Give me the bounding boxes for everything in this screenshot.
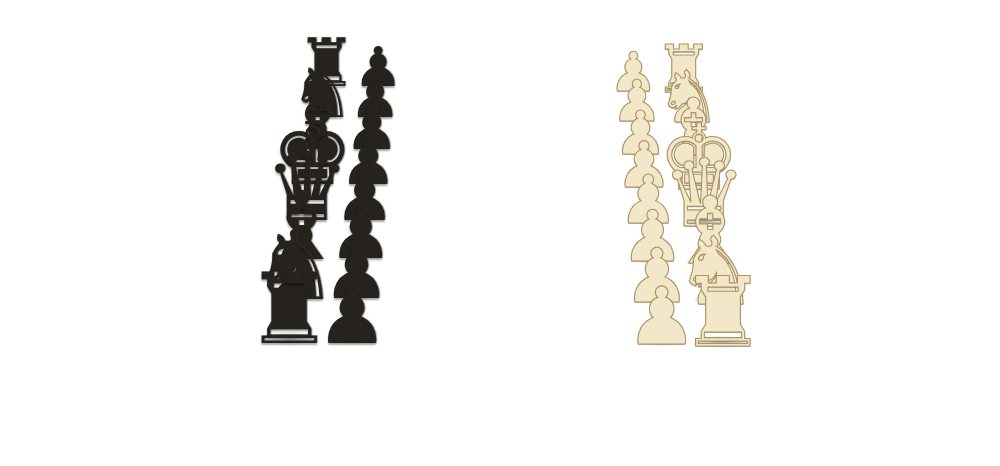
white-rook-glyph: ♜ bbox=[679, 264, 766, 361]
pieces-layer: ♜♞♝♛♚♝♞♜♟♟♟♟♟♟♟♟♟♟♟♟♟♟♟♟♜♞♝♛♚♝♞♜ bbox=[0, 0, 1000, 466]
chess-board-photo: ♘♗♖♗♖♘♖♗♘♙♖♕♙♗♘♖ ♖♙♖♗♘♗♘♙♖♗♕♙♖♔♘♖ 876543… bbox=[0, 0, 1000, 466]
black-pawn-glyph: ♟ bbox=[316, 274, 388, 355]
